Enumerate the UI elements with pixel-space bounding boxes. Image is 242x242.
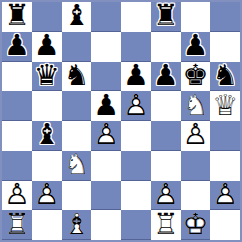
square-f8[interactable]: ♜ [151,2,181,32]
piece-white-queen[interactable]: ♛♕ [212,91,238,120]
piece-glyph-outline: ♘ [182,91,208,120]
piece-black-pawn[interactable]: ♟ [4,31,30,60]
square-b4[interactable]: ♝ [32,121,62,151]
square-h1[interactable] [210,210,240,240]
piece-glyph-outline: ♘ [63,150,89,179]
piece-white-knight[interactable]: ♞♘ [63,150,89,179]
piece-white-rook[interactable]: ♜♖ [4,210,30,239]
piece-glyph-solid: ♟ [182,31,208,60]
square-e3[interactable] [121,151,151,181]
piece-white-pawn[interactable]: ♟♙ [93,120,119,149]
piece-glyph-solid: ♜ [4,1,30,30]
piece-glyph-solid: ♟ [93,91,119,120]
square-c1[interactable]: ♝♗ [62,210,92,240]
square-d4[interactable]: ♟♙ [91,121,121,151]
piece-glyph-outline: ♔ [182,210,208,239]
square-d7[interactable] [91,32,121,62]
piece-glyph-outline: ♙ [34,180,60,209]
piece-black-pawn[interactable]: ♟ [123,61,149,90]
piece-white-pawn[interactable]: ♟♙ [34,180,60,209]
piece-glyph-outline: ♙ [4,180,30,209]
square-d2[interactable] [91,181,121,211]
piece-white-rook[interactable]: ♜♖ [153,210,179,239]
piece-black-pawn[interactable]: ♟ [153,61,179,90]
square-c8[interactable]: ♝ [62,2,92,32]
piece-glyph-outline: ♙ [123,91,149,120]
square-d1[interactable] [91,210,121,240]
piece-white-knight[interactable]: ♞♘ [182,91,208,120]
piece-glyph-solid: ♛ [34,61,60,90]
piece-white-pawn[interactable]: ♟♙ [212,180,238,209]
square-d8[interactable] [91,2,121,32]
piece-white-pawn[interactable]: ♟♙ [4,180,30,209]
piece-glyph-outline: ♖ [153,210,179,239]
square-a5[interactable] [2,91,32,121]
piece-white-bishop[interactable]: ♝♗ [63,210,89,239]
piece-glyph-outline: ♙ [212,180,238,209]
square-h4[interactable] [210,121,240,151]
piece-glyph-solid: ♟ [4,31,30,60]
piece-glyph-solid: ♚ [182,61,208,90]
piece-white-pawn[interactable]: ♟♙ [153,180,179,209]
piece-glyph-outline: ♖ [4,210,30,239]
square-f1[interactable]: ♜♖ [151,210,181,240]
piece-glyph-solid: ♜ [153,1,179,30]
piece-black-rook[interactable]: ♜ [153,1,179,30]
piece-glyph-solid: ♟ [123,61,149,90]
chess-board: ♜♝♜♟♟♟♛♞♟♟♚♞♟♟♙♞♘♛♕♝♟♙♟♙♞♘♟♙♟♙♟♙♟♙♜♖♝♗♜♖… [0,0,242,242]
square-c3[interactable]: ♞♘ [62,151,92,181]
square-a6[interactable] [2,62,32,92]
piece-glyph-outline: ♙ [182,120,208,149]
piece-glyph-solid: ♞ [212,61,238,90]
square-c5[interactable] [62,91,92,121]
square-a4[interactable] [2,121,32,151]
square-b6[interactable]: ♛ [32,62,62,92]
square-b1[interactable] [32,210,62,240]
piece-glyph-outline: ♕ [212,91,238,120]
piece-black-rook[interactable]: ♜ [4,1,30,30]
piece-glyph-solid: ♝ [34,120,60,149]
square-e5[interactable]: ♟♙ [121,91,151,121]
square-f6[interactable]: ♟ [151,62,181,92]
square-e8[interactable] [121,2,151,32]
piece-black-queen[interactable]: ♛ [34,61,60,90]
square-e4[interactable] [121,121,151,151]
square-e1[interactable] [121,210,151,240]
piece-glyph-outline: ♗ [63,210,89,239]
square-a7[interactable]: ♟ [2,32,32,62]
square-d3[interactable] [91,151,121,181]
square-c6[interactable]: ♞ [62,62,92,92]
square-g3[interactable] [181,151,211,181]
piece-white-pawn[interactable]: ♟♙ [123,91,149,120]
piece-glyph-solid: ♟ [34,31,60,60]
square-f4[interactable] [151,121,181,151]
square-h2[interactable]: ♟♙ [210,181,240,211]
square-a1[interactable]: ♜♖ [2,210,32,240]
piece-glyph-solid: ♟ [153,61,179,90]
piece-black-king[interactable]: ♚ [182,61,208,90]
square-f5[interactable] [151,91,181,121]
piece-glyph-solid: ♞ [63,61,89,90]
piece-black-knight[interactable]: ♞ [63,61,89,90]
square-e2[interactable] [121,181,151,211]
square-g1[interactable]: ♚♔ [181,210,211,240]
piece-white-king[interactable]: ♚♔ [182,210,208,239]
piece-black-pawn[interactable]: ♟ [182,31,208,60]
piece-black-bishop[interactable]: ♝ [63,1,89,30]
square-h8[interactable] [210,2,240,32]
piece-black-bishop[interactable]: ♝ [34,120,60,149]
piece-black-knight[interactable]: ♞ [212,61,238,90]
piece-black-pawn[interactable]: ♟ [93,91,119,120]
piece-glyph-outline: ♙ [93,120,119,149]
piece-glyph-solid: ♝ [63,1,89,30]
piece-black-pawn[interactable]: ♟ [34,31,60,60]
square-h5[interactable]: ♛♕ [210,91,240,121]
piece-white-pawn[interactable]: ♟♙ [182,120,208,149]
square-b2[interactable]: ♟♙ [32,181,62,211]
square-g4[interactable]: ♟♙ [181,121,211,151]
piece-glyph-outline: ♙ [153,180,179,209]
